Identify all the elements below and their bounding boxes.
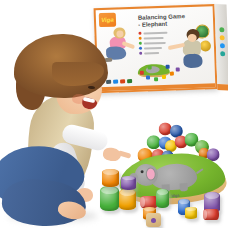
cylinder-top [120, 189, 135, 195]
cylinder-top [186, 207, 197, 211]
cyl-green [156, 189, 169, 208]
cylinder-top [140, 197, 145, 207]
cylinder-top [157, 189, 168, 195]
photo-scene: Viga Balancing Game - Elephant [0, 0, 228, 228]
cyl-yellow-orange [119, 189, 136, 210]
cylinder-top [101, 187, 118, 195]
cylinder-top [122, 176, 135, 180]
cylinder-top [179, 199, 190, 204]
cyl-red-lying [203, 209, 219, 220]
cylinder-top [203, 210, 207, 219]
cyl-orange [102, 169, 119, 187]
color-die [146, 213, 161, 227]
cylinder-top [144, 207, 155, 211]
floor-blocks [0, 0, 228, 228]
cylinder-top [205, 192, 219, 198]
cyl-purple [121, 176, 136, 190]
die-dot [151, 218, 156, 223]
cylinder-top [103, 169, 118, 174]
cyl-yellow [185, 207, 197, 219]
cyl-green [100, 186, 119, 211]
